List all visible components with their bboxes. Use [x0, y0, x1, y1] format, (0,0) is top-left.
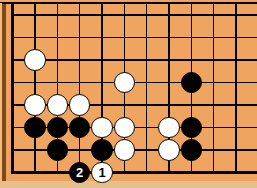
grid-vertical-line — [213, 3, 214, 174]
grid-vertical-line — [34, 3, 35, 174]
stone-white — [114, 117, 136, 139]
stone-black — [69, 117, 91, 139]
grid-vertical-line — [11, 3, 14, 174]
move-number-label: 1 — [98, 166, 105, 179]
stone-white — [69, 94, 91, 116]
move-number-label: 2 — [76, 166, 83, 179]
stone-white — [47, 94, 69, 116]
grid-horizontal-line — [11, 14, 257, 15]
board-left-side-shadow — [2, 4, 6, 188]
stone-white — [24, 94, 46, 116]
grid-horizontal-line — [11, 59, 257, 60]
grid-vertical-line — [146, 3, 147, 174]
stone-black — [181, 72, 203, 94]
grid-vertical-line — [235, 3, 236, 174]
stone-white — [114, 72, 136, 94]
stone-black — [47, 117, 69, 139]
stone-black — [181, 139, 203, 161]
stone-white — [114, 139, 136, 161]
stone-white — [91, 117, 113, 139]
grid-horizontal-line — [11, 37, 257, 38]
stone-black — [91, 139, 113, 161]
stone-black — [181, 117, 203, 139]
board-bottom-side — [0, 181, 257, 188]
stone-white — [158, 139, 180, 161]
stone-white — [158, 117, 180, 139]
grid-horizontal-line — [11, 171, 257, 174]
grid-vertical-line — [79, 3, 80, 174]
stone-white — [24, 49, 46, 71]
stone-white: 1 — [91, 162, 113, 184]
stone-black — [24, 117, 46, 139]
stone-black — [47, 139, 69, 161]
board-top-frame-line — [0, 2, 257, 4]
go-board: 21 — [0, 0, 257, 188]
